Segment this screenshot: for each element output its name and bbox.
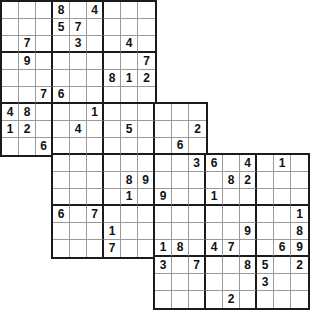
- cell-r14c8[interactable]: [121, 223, 138, 240]
- cell-r2c8[interactable]: [121, 19, 138, 36]
- cell-r16c15: 8: [240, 257, 257, 274]
- cell-r13c8[interactable]: [121, 206, 138, 223]
- cell-r8c11[interactable]: [172, 121, 189, 138]
- cell-r5c5[interactable]: [70, 70, 87, 87]
- cell-r10c6[interactable]: [87, 155, 104, 172]
- cell-r8c5: 4: [70, 121, 87, 138]
- cell-r15c11: 8: [172, 240, 189, 257]
- cell-r11c5[interactable]: [70, 172, 87, 189]
- cell-r2c6[interactable]: [87, 19, 104, 36]
- cell-r10c13: 6: [206, 155, 223, 172]
- cell-r14c16[interactable]: [257, 223, 274, 240]
- cell-r3c2: 7: [19, 36, 36, 53]
- cell-r17c18[interactable]: [291, 274, 308, 291]
- cell-r13c5[interactable]: [70, 206, 87, 223]
- cell-r12c15[interactable]: [240, 189, 257, 206]
- cell-r12c10: 9: [155, 189, 172, 206]
- cell-r3c3[interactable]: [36, 36, 53, 53]
- cell-r6c2[interactable]: [19, 87, 36, 104]
- cell-r15c14: 7: [223, 240, 240, 257]
- cell-r12c18[interactable]: [291, 189, 308, 206]
- cell-r18c11[interactable]: [172, 291, 189, 308]
- cell-r10c12: 3: [189, 155, 206, 172]
- cell-r11c15: 2: [240, 172, 257, 189]
- cell-r14c7: 1: [104, 223, 121, 240]
- cell-r10c15: 4: [240, 155, 257, 172]
- cell-r7c10[interactable]: [155, 104, 172, 121]
- cell-r10c5[interactable]: [70, 155, 87, 172]
- cell-r3c6[interactable]: [87, 36, 104, 53]
- cell-r13c12[interactable]: [189, 206, 206, 223]
- cell-r18c14: 2: [223, 291, 240, 308]
- cell-r12c8: 1: [121, 189, 138, 206]
- cell-r1c8[interactable]: [121, 2, 138, 19]
- cell-r12c14[interactable]: [223, 189, 240, 206]
- cell-r14c4[interactable]: [53, 223, 70, 240]
- puzzle-board: 8457734978127648112456 1452638919671718 …: [0, 0, 312, 320]
- cell-r7c11[interactable]: [172, 104, 189, 121]
- cell-r8c7[interactable]: [104, 121, 121, 138]
- cell-r9c1[interactable]: [2, 138, 19, 155]
- cell-r16c13[interactable]: [206, 257, 223, 274]
- cell-r9c5[interactable]: [70, 138, 87, 155]
- cell-r14c12[interactable]: [189, 223, 206, 240]
- cell-r1c3[interactable]: [36, 2, 53, 19]
- cell-r15c6[interactable]: [87, 240, 104, 257]
- cell-r14c17[interactable]: [274, 223, 291, 240]
- cell-r6c1[interactable]: [2, 87, 19, 104]
- cell-r12c11[interactable]: [172, 189, 189, 206]
- cell-r1c2[interactable]: [19, 2, 36, 19]
- cell-r17c13[interactable]: [206, 274, 223, 291]
- cell-r5c8: 1: [121, 70, 138, 87]
- cell-r12c17[interactable]: [274, 189, 291, 206]
- cell-r11c11[interactable]: [172, 172, 189, 189]
- cell-r14c5[interactable]: [70, 223, 87, 240]
- cell-r2c7[interactable]: [104, 19, 121, 36]
- cell-r9c8[interactable]: [121, 138, 138, 155]
- cell-r11c18[interactable]: [291, 172, 308, 189]
- cell-r3c9[interactable]: [138, 36, 155, 53]
- cell-r1c5[interactable]: [70, 2, 87, 19]
- cell-r7c6: 1: [87, 104, 104, 121]
- cell-r17c10[interactable]: [155, 274, 172, 291]
- cell-r9c4[interactable]: [53, 138, 70, 155]
- cell-r14c18: 8: [291, 223, 308, 240]
- cell-r16c11[interactable]: [172, 257, 189, 274]
- cell-r12c7[interactable]: [104, 189, 121, 206]
- cell-r8c12: 2: [189, 121, 206, 138]
- cell-r2c1[interactable]: [2, 19, 19, 36]
- cell-r10c11[interactable]: [172, 155, 189, 172]
- cell-r13c15[interactable]: [240, 206, 257, 223]
- cell-r8c9[interactable]: [138, 121, 155, 138]
- cell-r7c9[interactable]: [138, 104, 155, 121]
- cell-r18c17[interactable]: [274, 291, 291, 308]
- cell-r15c17: 6: [274, 240, 291, 257]
- cell-r13c11[interactable]: [172, 206, 189, 223]
- cell-r11c16[interactable]: [257, 172, 274, 189]
- cell-r13c16[interactable]: [257, 206, 274, 223]
- cell-r14c6[interactable]: [87, 223, 104, 240]
- cell-r4c7[interactable]: [104, 53, 121, 70]
- cell-r11c8: 8: [121, 172, 138, 189]
- cell-r8c4[interactable]: [53, 121, 70, 138]
- cell-r9c7[interactable]: [104, 138, 121, 155]
- cell-r17c11[interactable]: [172, 274, 189, 291]
- cell-r18c16[interactable]: [257, 291, 274, 308]
- cell-r7c1: 4: [2, 104, 19, 121]
- cell-r15c13: 4: [206, 240, 223, 257]
- cell-r10c17: 1: [274, 155, 291, 172]
- cell-r14c11[interactable]: [172, 223, 189, 240]
- cell-r7c7[interactable]: [104, 104, 121, 121]
- cell-r2c9[interactable]: [138, 19, 155, 36]
- cell-r15c10: 1: [155, 240, 172, 257]
- cell-r11c12[interactable]: [189, 172, 206, 189]
- cell-r1c7[interactable]: [104, 2, 121, 19]
- cell-r5c7: 8: [104, 70, 121, 87]
- cell-r8c10[interactable]: [155, 121, 172, 138]
- cell-r15c7: 7: [104, 240, 121, 257]
- cell-r12c13: 1: [206, 189, 223, 206]
- cell-r15c16[interactable]: [257, 240, 274, 257]
- cell-r3c4[interactable]: [53, 36, 70, 53]
- cell-r1c9[interactable]: [138, 2, 155, 19]
- cell-r12c6[interactable]: [87, 189, 104, 206]
- cell-r4c1[interactable]: [2, 53, 19, 70]
- cell-r8c8: 5: [121, 121, 138, 138]
- cell-r10c14[interactable]: [223, 155, 240, 172]
- cell-r1c1[interactable]: [2, 2, 19, 19]
- cell-r4c6[interactable]: [87, 53, 104, 70]
- cell-r5c9: 2: [138, 70, 155, 87]
- cell-r13c4: 6: [53, 206, 70, 223]
- cell-r4c5[interactable]: [70, 53, 87, 70]
- cell-r10c10[interactable]: [155, 155, 172, 172]
- cell-r15c18: 9: [291, 240, 308, 257]
- cell-r16c17[interactable]: [274, 257, 291, 274]
- cell-r14c10[interactable]: [155, 223, 172, 240]
- cell-r13c17[interactable]: [274, 206, 291, 223]
- cell-r18c15[interactable]: [240, 291, 257, 308]
- cell-r5c6[interactable]: [87, 70, 104, 87]
- cell-r15c5[interactable]: [70, 240, 87, 257]
- cell-r16c14[interactable]: [223, 257, 240, 274]
- cell-r16c10: 3: [155, 257, 172, 274]
- cell-r14c13[interactable]: [206, 223, 223, 240]
- cell-r5c2[interactable]: [19, 70, 36, 87]
- cell-r17c14[interactable]: [223, 274, 240, 291]
- cell-r10c4[interactable]: [53, 155, 70, 172]
- cell-r7c12[interactable]: [189, 104, 206, 121]
- cell-r13c6: 7: [87, 206, 104, 223]
- cell-r11c17[interactable]: [274, 172, 291, 189]
- cell-r17c15[interactable]: [240, 274, 257, 291]
- cell-r15c12[interactable]: [189, 240, 206, 257]
- cell-r14c14[interactable]: [223, 223, 240, 240]
- cell-r1c6: 4: [87, 2, 104, 19]
- cell-r12c12[interactable]: [189, 189, 206, 206]
- cell-r12c5[interactable]: [70, 189, 87, 206]
- cell-r16c16: 5: [257, 257, 274, 274]
- cell-r7c8[interactable]: [121, 104, 138, 121]
- cell-r2c5: 7: [70, 19, 87, 36]
- cell-r17c17[interactable]: [274, 274, 291, 291]
- cell-r18c18[interactable]: [291, 291, 308, 308]
- cell-r2c4: 5: [53, 19, 70, 36]
- cell-r16c12: 7: [189, 257, 206, 274]
- cell-r14c15: 9: [240, 223, 257, 240]
- cell-r13c10[interactable]: [155, 206, 172, 223]
- cell-r17c16: 3: [257, 274, 274, 291]
- cell-r11c13[interactable]: [206, 172, 223, 189]
- cell-r18c10[interactable]: [155, 291, 172, 308]
- cell-r11c14: 8: [223, 172, 240, 189]
- cell-r5c4[interactable]: [53, 70, 70, 87]
- cell-r8c2: 2: [19, 121, 36, 138]
- cell-r4c4[interactable]: [53, 53, 70, 70]
- cell-r11c4[interactable]: [53, 172, 70, 189]
- board-bottom-right: 364182911981847693785232: [153, 153, 310, 310]
- cell-r2c2[interactable]: [19, 19, 36, 36]
- cell-r4c2: 9: [19, 53, 36, 70]
- cell-r3c7[interactable]: [104, 36, 121, 53]
- cell-r9c2[interactable]: [19, 138, 36, 155]
- cell-r13c7[interactable]: [104, 206, 121, 223]
- cell-r1c4: 8: [53, 2, 70, 19]
- cell-r7c4[interactable]: [53, 104, 70, 121]
- cell-r15c4[interactable]: [53, 240, 70, 257]
- cell-r4c8[interactable]: [121, 53, 138, 70]
- cell-r10c8[interactable]: [121, 155, 138, 172]
- cell-r10c18[interactable]: [291, 155, 308, 172]
- cell-r13c18: 1: [291, 206, 308, 223]
- cell-r4c3[interactable]: [36, 53, 53, 70]
- cell-r4c9: 7: [138, 53, 155, 70]
- cell-r8c1: 1: [2, 121, 19, 138]
- cell-r13c14[interactable]: [223, 206, 240, 223]
- cell-r15c15[interactable]: [240, 240, 257, 257]
- cell-r10c16[interactable]: [257, 155, 274, 172]
- cell-r16c18: 2: [291, 257, 308, 274]
- cell-r7c5[interactable]: [70, 104, 87, 121]
- cell-r7c2: 8: [19, 104, 36, 121]
- cell-r3c8: 4: [121, 36, 138, 53]
- cell-r11c10[interactable]: [155, 172, 172, 189]
- cell-r18c12[interactable]: [189, 291, 206, 308]
- cell-r3c5: 3: [70, 36, 87, 53]
- cell-r12c16[interactable]: [257, 189, 274, 206]
- cell-r10c7[interactable]: [104, 155, 121, 172]
- cell-r3c1[interactable]: [2, 36, 19, 53]
- cell-r18c13[interactable]: [206, 291, 223, 308]
- cell-r5c3[interactable]: [36, 70, 53, 87]
- cell-r11c7[interactable]: [104, 172, 121, 189]
- cell-r13c13[interactable]: [206, 206, 223, 223]
- cell-r15c8[interactable]: [121, 240, 138, 257]
- cell-r11c6[interactable]: [87, 172, 104, 189]
- cell-r12c4[interactable]: [53, 189, 70, 206]
- cell-r9c6[interactable]: [87, 138, 104, 155]
- cell-r8c6[interactable]: [87, 121, 104, 138]
- cell-r5c1[interactable]: [2, 70, 19, 87]
- cell-r2c3[interactable]: [36, 19, 53, 36]
- cell-r17c12[interactable]: [189, 274, 206, 291]
